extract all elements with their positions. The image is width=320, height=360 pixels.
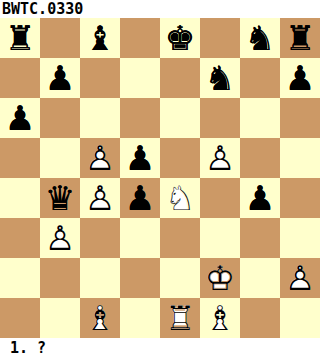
square-h7[interactable]: ♟♟ xyxy=(280,58,320,98)
piece-black-pawn[interactable]: ♟♟ xyxy=(40,58,80,98)
page-title: BWTC.0330 xyxy=(0,0,320,18)
piece-white-pawn[interactable]: ♟♙ xyxy=(80,178,120,218)
square-g1[interactable] xyxy=(240,298,280,338)
square-c5[interactable]: ♟♙ xyxy=(80,138,120,178)
square-f1[interactable]: ♝♗ xyxy=(200,298,240,338)
piece-black-pawn[interactable]: ♟♟ xyxy=(120,178,160,218)
piece-outline-glyph: ♝ xyxy=(80,18,120,58)
square-e4[interactable]: ♞♘ xyxy=(160,178,200,218)
square-e2[interactable] xyxy=(160,258,200,298)
square-h4[interactable] xyxy=(280,178,320,218)
square-g3[interactable] xyxy=(240,218,280,258)
square-b5[interactable] xyxy=(40,138,80,178)
piece-outline-glyph: ♖ xyxy=(160,298,200,338)
piece-outline-glyph: ♙ xyxy=(280,258,320,298)
piece-black-pawn[interactable]: ♟♟ xyxy=(120,138,160,178)
square-a1[interactable] xyxy=(0,298,40,338)
piece-outline-glyph: ♟ xyxy=(120,178,160,218)
square-c4[interactable]: ♟♙ xyxy=(80,178,120,218)
square-a7[interactable] xyxy=(0,58,40,98)
piece-white-pawn[interactable]: ♟♙ xyxy=(80,138,120,178)
piece-black-pawn[interactable]: ♟♟ xyxy=(0,98,40,138)
square-b1[interactable] xyxy=(40,298,80,338)
square-d4[interactable]: ♟♟ xyxy=(120,178,160,218)
piece-outline-glyph: ♟ xyxy=(280,58,320,98)
square-g6[interactable] xyxy=(240,98,280,138)
piece-white-king[interactable]: ♚♔ xyxy=(200,258,240,298)
square-c3[interactable] xyxy=(80,218,120,258)
square-g8[interactable]: ♞♞ xyxy=(240,18,280,58)
square-a6[interactable]: ♟♟ xyxy=(0,98,40,138)
piece-white-pawn[interactable]: ♟♙ xyxy=(280,258,320,298)
square-d5[interactable]: ♟♟ xyxy=(120,138,160,178)
piece-outline-glyph: ♗ xyxy=(80,298,120,338)
square-c7[interactable] xyxy=(80,58,120,98)
piece-black-rook[interactable]: ♜♜ xyxy=(0,18,40,58)
square-d7[interactable] xyxy=(120,58,160,98)
square-c6[interactable] xyxy=(80,98,120,138)
square-e6[interactable] xyxy=(160,98,200,138)
piece-white-bishop[interactable]: ♝♗ xyxy=(200,298,240,338)
square-h8[interactable]: ♜♜ xyxy=(280,18,320,58)
square-b2[interactable] xyxy=(40,258,80,298)
square-h2[interactable]: ♟♙ xyxy=(280,258,320,298)
square-c1[interactable]: ♝♗ xyxy=(80,298,120,338)
piece-outline-glyph: ♜ xyxy=(280,18,320,58)
piece-black-knight[interactable]: ♞♞ xyxy=(200,58,240,98)
piece-white-pawn[interactable]: ♟♙ xyxy=(40,218,80,258)
piece-black-king[interactable]: ♚♚ xyxy=(160,18,200,58)
square-d1[interactable] xyxy=(120,298,160,338)
square-c2[interactable] xyxy=(80,258,120,298)
square-g4[interactable]: ♟♟ xyxy=(240,178,280,218)
piece-outline-glyph: ♟ xyxy=(240,178,280,218)
square-f8[interactable] xyxy=(200,18,240,58)
piece-black-rook[interactable]: ♜♜ xyxy=(280,18,320,58)
square-d3[interactable] xyxy=(120,218,160,258)
square-h5[interactable] xyxy=(280,138,320,178)
piece-outline-glyph: ♟ xyxy=(120,138,160,178)
square-a5[interactable] xyxy=(0,138,40,178)
move-prompt: 1. ? xyxy=(0,338,320,360)
piece-outline-glyph: ♟ xyxy=(40,58,80,98)
square-b4[interactable]: ♛♛ xyxy=(40,178,80,218)
piece-white-knight[interactable]: ♞♘ xyxy=(160,178,200,218)
square-a2[interactable] xyxy=(0,258,40,298)
piece-outline-glyph: ♟ xyxy=(0,98,40,138)
square-b7[interactable]: ♟♟ xyxy=(40,58,80,98)
piece-outline-glyph: ♙ xyxy=(200,138,240,178)
square-g2[interactable] xyxy=(240,258,280,298)
piece-black-knight[interactable]: ♞♞ xyxy=(240,18,280,58)
piece-outline-glyph: ♞ xyxy=(240,18,280,58)
square-h6[interactable] xyxy=(280,98,320,138)
square-f2[interactable]: ♚♔ xyxy=(200,258,240,298)
square-a4[interactable] xyxy=(0,178,40,218)
square-f4[interactable] xyxy=(200,178,240,218)
square-d6[interactable] xyxy=(120,98,160,138)
square-e5[interactable] xyxy=(160,138,200,178)
piece-outline-glyph: ♘ xyxy=(160,178,200,218)
square-e1[interactable]: ♜♖ xyxy=(160,298,200,338)
square-f7[interactable]: ♞♞ xyxy=(200,58,240,98)
chess-board: ♜♜♝♝♚♚♞♞♜♜♟♟♞♞♟♟♟♟♟♙♟♟♟♙♛♛♟♙♟♟♞♘♟♟♟♙♚♔♟♙… xyxy=(0,18,320,338)
piece-black-bishop[interactable]: ♝♝ xyxy=(80,18,120,58)
square-d8[interactable] xyxy=(120,18,160,58)
square-h1[interactable] xyxy=(280,298,320,338)
piece-outline-glyph: ♗ xyxy=(200,298,240,338)
square-b3[interactable]: ♟♙ xyxy=(40,218,80,258)
piece-white-bishop[interactable]: ♝♗ xyxy=(80,298,120,338)
piece-outline-glyph: ♙ xyxy=(40,218,80,258)
piece-white-rook[interactable]: ♜♖ xyxy=(160,298,200,338)
square-d2[interactable] xyxy=(120,258,160,298)
square-h3[interactable] xyxy=(280,218,320,258)
piece-black-pawn[interactable]: ♟♟ xyxy=(280,58,320,98)
piece-outline-glyph: ♛ xyxy=(40,178,80,218)
square-a8[interactable]: ♜♜ xyxy=(0,18,40,58)
square-e8[interactable]: ♚♚ xyxy=(160,18,200,58)
square-f3[interactable] xyxy=(200,218,240,258)
square-b6[interactable] xyxy=(40,98,80,138)
piece-white-pawn[interactable]: ♟♙ xyxy=(200,138,240,178)
square-a3[interactable] xyxy=(0,218,40,258)
piece-outline-glyph: ♚ xyxy=(160,18,200,58)
square-g5[interactable] xyxy=(240,138,280,178)
square-b8[interactable] xyxy=(40,18,80,58)
square-f6[interactable] xyxy=(200,98,240,138)
piece-outline-glyph: ♞ xyxy=(200,58,240,98)
piece-outline-glyph: ♜ xyxy=(0,18,40,58)
square-e3[interactable] xyxy=(160,218,200,258)
square-c8[interactable]: ♝♝ xyxy=(80,18,120,58)
piece-outline-glyph: ♙ xyxy=(80,178,120,218)
piece-black-queen[interactable]: ♛♛ xyxy=(40,178,80,218)
piece-black-pawn[interactable]: ♟♟ xyxy=(240,178,280,218)
square-g7[interactable] xyxy=(240,58,280,98)
square-e7[interactable] xyxy=(160,58,200,98)
piece-outline-glyph: ♔ xyxy=(200,258,240,298)
square-f5[interactable]: ♟♙ xyxy=(200,138,240,178)
piece-outline-glyph: ♙ xyxy=(80,138,120,178)
